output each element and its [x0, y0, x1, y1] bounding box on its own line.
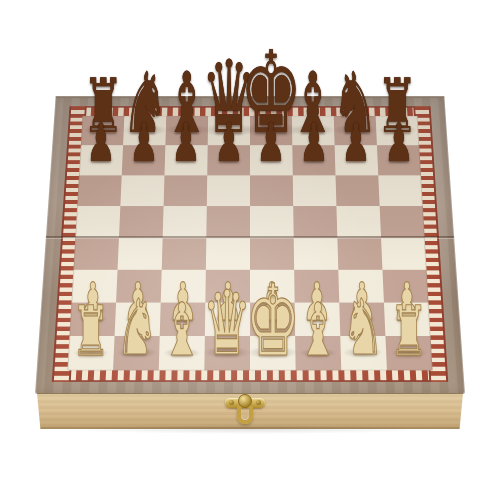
chess-board: [35, 96, 465, 394]
chessboard-field: [67, 116, 432, 371]
brass-latch: [223, 394, 267, 428]
fold-seam-highlight: [46, 238, 454, 239]
latch-screw-left: [229, 400, 234, 405]
latch-hasp: [237, 406, 253, 424]
latch-screw-right: [256, 400, 261, 405]
product-photo-chess-set[interactable]: ♜♞♝♛♚♝♞♜♟♟♟♟♟♟♟♟♟♟♟♟♟♟♟♟♜♞♝♛♚♝♞♜: [0, 0, 500, 500]
